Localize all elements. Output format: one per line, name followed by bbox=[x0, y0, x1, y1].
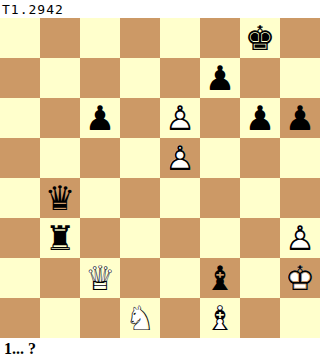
square-e3[interactable] bbox=[160, 218, 200, 258]
square-f5[interactable] bbox=[200, 138, 240, 178]
square-d2[interactable] bbox=[120, 258, 160, 298]
square-f4[interactable] bbox=[200, 178, 240, 218]
square-h7[interactable] bbox=[280, 58, 320, 98]
square-h5[interactable] bbox=[280, 138, 320, 178]
white-queen: ♛♕ bbox=[80, 258, 120, 298]
piece-glyph: ♟ bbox=[280, 98, 320, 138]
square-g4[interactable] bbox=[240, 178, 280, 218]
piece-outline-glyph: ♔ bbox=[280, 258, 320, 298]
square-g1[interactable] bbox=[240, 298, 280, 338]
piece-outline-glyph: ♙ bbox=[280, 218, 320, 258]
square-h1[interactable] bbox=[280, 298, 320, 338]
piece-outline-glyph: ♕ bbox=[80, 258, 120, 298]
square-e7[interactable] bbox=[160, 58, 200, 98]
white-pawn: ♟♙ bbox=[280, 218, 320, 258]
piece-glyph: ♟ bbox=[200, 58, 240, 98]
square-e2[interactable] bbox=[160, 258, 200, 298]
square-e5[interactable]: ♟♙ bbox=[160, 138, 200, 178]
square-d6[interactable] bbox=[120, 98, 160, 138]
piece-outline-glyph: ♘ bbox=[120, 298, 160, 338]
square-e8[interactable] bbox=[160, 18, 200, 58]
square-a2[interactable] bbox=[0, 258, 40, 298]
square-e6[interactable]: ♟♙ bbox=[160, 98, 200, 138]
square-b6[interactable] bbox=[40, 98, 80, 138]
square-h2[interactable]: ♚♔ bbox=[280, 258, 320, 298]
square-b1[interactable] bbox=[40, 298, 80, 338]
square-a5[interactable] bbox=[0, 138, 40, 178]
black-pawn: ♟ bbox=[240, 98, 280, 138]
white-pawn: ♟♙ bbox=[160, 138, 200, 178]
move-prompt: 1... ? bbox=[0, 338, 320, 360]
square-g6[interactable]: ♟ bbox=[240, 98, 280, 138]
black-pawn: ♟ bbox=[280, 98, 320, 138]
piece-glyph: ♟ bbox=[240, 98, 280, 138]
square-h3[interactable]: ♟♙ bbox=[280, 218, 320, 258]
piece-outline-glyph: ♙ bbox=[160, 98, 200, 138]
square-f2[interactable]: ♝ bbox=[200, 258, 240, 298]
square-c7[interactable] bbox=[80, 58, 120, 98]
square-b8[interactable] bbox=[40, 18, 80, 58]
piece-glyph: ♝ bbox=[200, 258, 240, 298]
white-pawn: ♟♙ bbox=[160, 98, 200, 138]
square-b4[interactable]: ♛ bbox=[40, 178, 80, 218]
square-e1[interactable] bbox=[160, 298, 200, 338]
square-e4[interactable] bbox=[160, 178, 200, 218]
square-f7[interactable]: ♟ bbox=[200, 58, 240, 98]
black-pawn: ♟ bbox=[80, 98, 120, 138]
chess-puzzle-window: T1.2942 ♚♟♟♟♙♟♟♟♙♛♜♟♙♛♕♝♚♔♞♘♝♗ 1... ? bbox=[0, 0, 320, 360]
square-f6[interactable] bbox=[200, 98, 240, 138]
square-c4[interactable] bbox=[80, 178, 120, 218]
square-f3[interactable] bbox=[200, 218, 240, 258]
square-g3[interactable] bbox=[240, 218, 280, 258]
square-b5[interactable] bbox=[40, 138, 80, 178]
square-b2[interactable] bbox=[40, 258, 80, 298]
black-pawn: ♟ bbox=[200, 58, 240, 98]
square-g5[interactable] bbox=[240, 138, 280, 178]
square-a7[interactable] bbox=[0, 58, 40, 98]
square-a6[interactable] bbox=[0, 98, 40, 138]
white-knight: ♞♘ bbox=[120, 298, 160, 338]
piece-outline-glyph: ♗ bbox=[200, 298, 240, 338]
square-d3[interactable] bbox=[120, 218, 160, 258]
puzzle-id: T1.2942 bbox=[0, 0, 320, 18]
square-a4[interactable] bbox=[0, 178, 40, 218]
square-c8[interactable] bbox=[80, 18, 120, 58]
piece-glyph: ♚ bbox=[240, 18, 280, 58]
square-d5[interactable] bbox=[120, 138, 160, 178]
square-c1[interactable] bbox=[80, 298, 120, 338]
square-d4[interactable] bbox=[120, 178, 160, 218]
square-f1[interactable]: ♝♗ bbox=[200, 298, 240, 338]
black-bishop: ♝ bbox=[200, 258, 240, 298]
square-b7[interactable] bbox=[40, 58, 80, 98]
chess-board: ♚♟♟♟♙♟♟♟♙♛♜♟♙♛♕♝♚♔♞♘♝♗ bbox=[0, 18, 320, 338]
square-c3[interactable] bbox=[80, 218, 120, 258]
black-rook: ♜ bbox=[40, 218, 80, 258]
piece-outline-glyph: ♙ bbox=[160, 138, 200, 178]
square-b3[interactable]: ♜ bbox=[40, 218, 80, 258]
square-a1[interactable] bbox=[0, 298, 40, 338]
square-a8[interactable] bbox=[0, 18, 40, 58]
square-c6[interactable]: ♟ bbox=[80, 98, 120, 138]
square-h8[interactable] bbox=[280, 18, 320, 58]
square-f8[interactable] bbox=[200, 18, 240, 58]
square-d1[interactable]: ♞♘ bbox=[120, 298, 160, 338]
square-g7[interactable] bbox=[240, 58, 280, 98]
piece-glyph: ♛ bbox=[40, 178, 80, 218]
black-king: ♚ bbox=[240, 18, 280, 58]
white-bishop: ♝♗ bbox=[200, 298, 240, 338]
piece-glyph: ♟ bbox=[80, 98, 120, 138]
square-a3[interactable] bbox=[0, 218, 40, 258]
piece-glyph: ♜ bbox=[40, 218, 80, 258]
square-g2[interactable] bbox=[240, 258, 280, 298]
black-queen: ♛ bbox=[40, 178, 80, 218]
square-h6[interactable]: ♟ bbox=[280, 98, 320, 138]
square-d7[interactable] bbox=[120, 58, 160, 98]
square-d8[interactable] bbox=[120, 18, 160, 58]
square-c2[interactable]: ♛♕ bbox=[80, 258, 120, 298]
white-king: ♚♔ bbox=[280, 258, 320, 298]
square-g8[interactable]: ♚ bbox=[240, 18, 280, 58]
square-h4[interactable] bbox=[280, 178, 320, 218]
square-c5[interactable] bbox=[80, 138, 120, 178]
